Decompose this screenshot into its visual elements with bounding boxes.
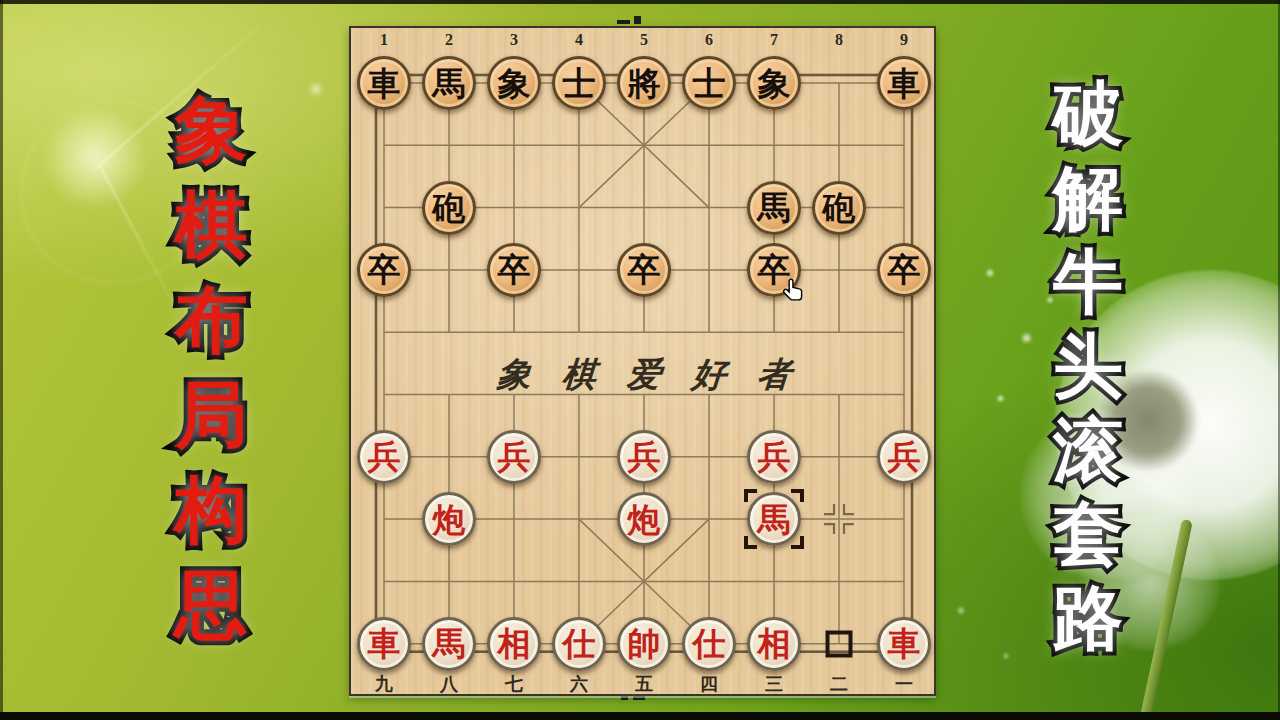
banner-char: 破 xyxy=(1040,78,1136,151)
piece-black-soldier[interactable]: 卒 xyxy=(617,243,671,297)
piece-black-soldier[interactable]: 卒 xyxy=(357,243,411,297)
piece-black-cannon[interactable]: 砲 xyxy=(422,181,476,235)
banner-char: 思 xyxy=(163,567,259,643)
file-label-top: 1 xyxy=(380,31,388,49)
file-label-top: 7 xyxy=(770,31,778,49)
hand-cursor xyxy=(783,278,805,304)
file-label-top: 2 xyxy=(445,31,453,49)
banner-char: 构 xyxy=(163,472,259,548)
file-label-bottom: 三 xyxy=(765,672,783,696)
banner-char: 路 xyxy=(1040,582,1136,655)
file-label-bottom: 九 xyxy=(375,672,393,696)
piece-red-chariot[interactable]: 車 xyxy=(877,617,931,671)
file-label-bottom: 二 xyxy=(830,672,848,696)
frame-bar-left xyxy=(0,0,3,720)
piece-black-advisor[interactable]: 士 xyxy=(682,56,736,110)
piece-red-cannon[interactable]: 炮 xyxy=(617,492,671,546)
file-label-bottom: 一 xyxy=(895,672,913,696)
cropped-text-fragment xyxy=(617,20,630,24)
frame-bar-bottom xyxy=(0,712,1280,720)
dandelion-seed xyxy=(985,268,995,278)
video-frame: 象棋布局构思 破解牛头滚套路 123456789 九八七六五四三二一 象棋爱好者… xyxy=(0,0,1280,720)
piece-black-horse[interactable]: 馬 xyxy=(747,181,801,235)
piece-red-soldier[interactable]: 兵 xyxy=(747,430,801,484)
file-label-bottom: 六 xyxy=(570,672,588,696)
file-label-bottom: 八 xyxy=(440,672,458,696)
dandelion-seed xyxy=(996,394,1005,403)
river-text: 象棋爱好者 xyxy=(495,352,823,398)
banner-char: 牛 xyxy=(1040,246,1136,319)
last-move-destination-brackets xyxy=(744,489,804,549)
title-banner-right: 破解牛头滚套路 xyxy=(1040,78,1136,666)
light-flare-glow xyxy=(40,110,150,205)
piece-red-chariot[interactable]: 車 xyxy=(357,617,411,671)
title-banner-left: 象棋布局构思 xyxy=(163,92,259,662)
piece-red-advisor[interactable]: 仕 xyxy=(682,617,736,671)
piece-black-cannon[interactable]: 砲 xyxy=(812,181,866,235)
last-move-origin-marker xyxy=(826,630,853,657)
piece-red-elephant[interactable]: 相 xyxy=(747,617,801,671)
piece-black-soldier[interactable]: 卒 xyxy=(877,243,931,297)
piece-red-elephant[interactable]: 相 xyxy=(487,617,541,671)
piece-red-soldier[interactable]: 兵 xyxy=(487,430,541,484)
light-flare-dot xyxy=(308,82,324,96)
banner-char: 套 xyxy=(1040,498,1136,571)
cropped-text-fragment xyxy=(634,16,641,24)
piece-red-soldier[interactable]: 兵 xyxy=(877,430,931,484)
piece-black-chariot[interactable]: 車 xyxy=(357,56,411,110)
banner-char: 象 xyxy=(163,92,259,168)
banner-char: 棋 xyxy=(163,187,259,263)
piece-black-soldier[interactable]: 卒 xyxy=(487,243,541,297)
piece-red-horse[interactable]: 馬 xyxy=(422,617,476,671)
dandelion-stem xyxy=(1140,519,1193,719)
piece-black-advisor[interactable]: 士 xyxy=(552,56,606,110)
piece-black-elephant[interactable]: 象 xyxy=(747,56,801,110)
file-label-top: 3 xyxy=(510,31,518,49)
board-surface[interactable]: 123456789 九八七六五四三二一 象棋爱好者 車馬象士將士象車砲馬砲卒卒卒… xyxy=(351,28,934,694)
frame-bar-top xyxy=(0,0,1280,4)
piece-black-horse[interactable]: 馬 xyxy=(422,56,476,110)
file-label-top: 5 xyxy=(640,31,648,49)
file-label-bottom: 五 xyxy=(635,672,653,696)
piece-red-advisor[interactable]: 仕 xyxy=(552,617,606,671)
piece-black-elephant[interactable]: 象 xyxy=(487,56,541,110)
piece-red-general[interactable]: 帥 xyxy=(617,617,671,671)
piece-red-soldier[interactable]: 兵 xyxy=(357,430,411,484)
piece-red-soldier[interactable]: 兵 xyxy=(617,430,671,484)
banner-char: 局 xyxy=(163,377,259,453)
file-label-top: 6 xyxy=(705,31,713,49)
banner-char: 滚 xyxy=(1040,414,1136,487)
dandelion-seed xyxy=(1020,332,1033,344)
file-label-top: 4 xyxy=(575,31,583,49)
piece-black-general[interactable]: 將 xyxy=(617,56,671,110)
dandelion-seed xyxy=(956,606,966,615)
file-label-top: 9 xyxy=(900,31,908,49)
dandelion-seed xyxy=(1002,652,1010,660)
banner-char: 布 xyxy=(163,282,259,358)
file-label-top: 8 xyxy=(835,31,843,49)
banner-char: 头 xyxy=(1040,330,1136,403)
file-label-bottom: 四 xyxy=(700,672,718,696)
file-label-bottom: 七 xyxy=(505,672,523,696)
piece-red-cannon[interactable]: 炮 xyxy=(422,492,476,546)
banner-char: 解 xyxy=(1040,162,1136,235)
piece-black-chariot[interactable]: 車 xyxy=(877,56,931,110)
xiangqi-board[interactable]: 123456789 九八七六五四三二一 象棋爱好者 車馬象士將士象車砲馬砲卒卒卒… xyxy=(349,26,936,696)
